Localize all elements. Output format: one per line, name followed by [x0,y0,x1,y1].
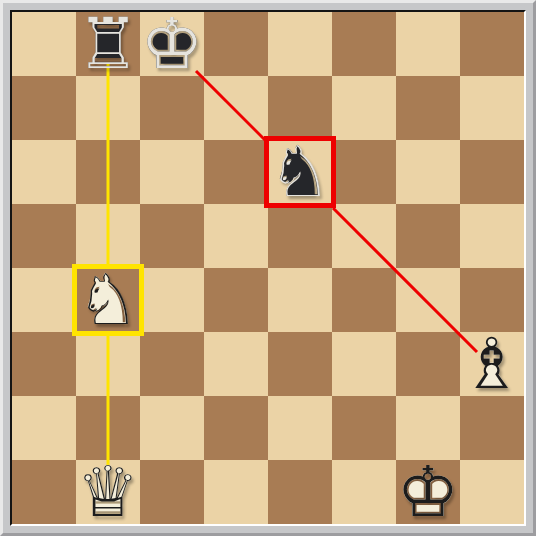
square-a6[interactable] [12,140,76,204]
square-e4[interactable] [268,268,332,332]
square-c3[interactable] [140,332,204,396]
square-f7[interactable] [332,76,396,140]
board-frame [0,0,536,536]
square-b1[interactable] [76,460,140,524]
square-a2[interactable] [12,396,76,460]
square-e7[interactable] [268,76,332,140]
square-h4[interactable] [460,268,524,332]
square-d5[interactable] [204,204,268,268]
square-a5[interactable] [12,204,76,268]
square-g6[interactable] [396,140,460,204]
square-d3[interactable] [204,332,268,396]
square-c5[interactable] [140,204,204,268]
square-d8[interactable] [204,12,268,76]
square-g7[interactable] [396,76,460,140]
square-b7[interactable] [76,76,140,140]
square-g3[interactable] [396,332,460,396]
square-d6[interactable] [204,140,268,204]
square-h3[interactable] [460,332,524,396]
square-f8[interactable] [332,12,396,76]
square-e5[interactable] [268,204,332,268]
square-b4[interactable] [76,268,140,332]
square-b6[interactable] [76,140,140,204]
square-h2[interactable] [460,396,524,460]
square-f3[interactable] [332,332,396,396]
chess-app: ♜♖♚♔♞♘♞♘♝♗♛♕♚♔ [0,0,536,536]
square-c8[interactable] [140,12,204,76]
square-c7[interactable] [140,76,204,140]
board-well [10,10,526,526]
square-e6[interactable] [268,140,332,204]
square-h8[interactable] [460,12,524,76]
square-g2[interactable] [396,396,460,460]
square-b5[interactable] [76,204,140,268]
square-e3[interactable] [268,332,332,396]
square-e2[interactable] [268,396,332,460]
square-d4[interactable] [204,268,268,332]
square-c2[interactable] [140,396,204,460]
square-a7[interactable] [12,76,76,140]
square-c6[interactable] [140,140,204,204]
square-b8[interactable] [76,12,140,76]
square-b3[interactable] [76,332,140,396]
square-e8[interactable] [268,12,332,76]
square-d1[interactable] [204,460,268,524]
square-b2[interactable] [76,396,140,460]
square-c1[interactable] [140,460,204,524]
square-h7[interactable] [460,76,524,140]
square-a1[interactable] [12,460,76,524]
square-d2[interactable] [204,396,268,460]
square-g4[interactable] [396,268,460,332]
chess-board [12,12,524,524]
square-h1[interactable] [460,460,524,524]
square-f2[interactable] [332,396,396,460]
square-f1[interactable] [332,460,396,524]
square-h6[interactable] [460,140,524,204]
square-a3[interactable] [12,332,76,396]
square-a4[interactable] [12,268,76,332]
square-g5[interactable] [396,204,460,268]
square-c4[interactable] [140,268,204,332]
square-f6[interactable] [332,140,396,204]
square-g1[interactable] [396,460,460,524]
square-e1[interactable] [268,460,332,524]
square-a8[interactable] [12,12,76,76]
square-f4[interactable] [332,268,396,332]
square-f5[interactable] [332,204,396,268]
square-g8[interactable] [396,12,460,76]
square-d7[interactable] [204,76,268,140]
square-h5[interactable] [460,204,524,268]
